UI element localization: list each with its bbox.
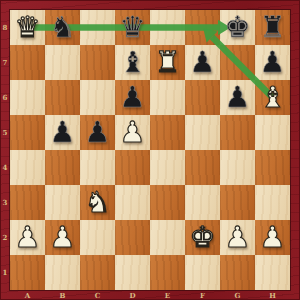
white-knight-c3[interactable]: ♞ (80, 185, 115, 220)
white-king-f2[interactable]: ♚ (185, 220, 220, 255)
square-b6[interactable] (45, 80, 80, 115)
square-a2[interactable]: ♟ (10, 220, 45, 255)
square-b1[interactable] (45, 255, 80, 290)
white-pawn-b2[interactable]: ♟ (45, 220, 80, 255)
square-b4[interactable] (45, 150, 80, 185)
square-c8[interactable] (80, 10, 115, 45)
square-g4[interactable] (220, 150, 255, 185)
square-a3[interactable] (10, 185, 45, 220)
rank-label-5: 5 (0, 115, 10, 150)
rank-label-1: 1 (0, 255, 10, 290)
rank-label-8: 8 (0, 10, 10, 45)
black-king-g8[interactable]: ♚ (220, 10, 255, 45)
square-d5[interactable]: ♟ (115, 115, 150, 150)
file-label-a: A (10, 290, 45, 300)
square-g7[interactable] (220, 45, 255, 80)
square-d3[interactable] (115, 185, 150, 220)
square-e5[interactable] (150, 115, 185, 150)
square-f7[interactable]: ♟ (185, 45, 220, 80)
white-bishop-h6[interactable]: ♝ (255, 80, 290, 115)
black-pawn-b5[interactable]: ♟ (45, 115, 80, 150)
square-g3[interactable] (220, 185, 255, 220)
square-b7[interactable] (45, 45, 80, 80)
square-g2[interactable]: ♟ (220, 220, 255, 255)
black-bishop-d7[interactable]: ♝ (115, 45, 150, 80)
square-f2[interactable]: ♚ (185, 220, 220, 255)
black-rook-h8[interactable]: ♜ (255, 10, 290, 45)
rank-label-3: 3 (0, 185, 10, 220)
square-h7[interactable]: ♟ (255, 45, 290, 80)
chess-board[interactable]: ♛♞♛♚♜♝♜♟♟♟♟♝♟♟♟♞♟♟♚♟♟ (10, 10, 290, 290)
square-b3[interactable] (45, 185, 80, 220)
square-b2[interactable]: ♟ (45, 220, 80, 255)
square-f3[interactable] (185, 185, 220, 220)
square-a4[interactable] (10, 150, 45, 185)
square-d1[interactable] (115, 255, 150, 290)
square-f4[interactable] (185, 150, 220, 185)
square-c4[interactable] (80, 150, 115, 185)
square-c1[interactable] (80, 255, 115, 290)
square-d8[interactable]: ♛ (115, 10, 150, 45)
square-e1[interactable] (150, 255, 185, 290)
black-pawn-f7[interactable]: ♟ (185, 45, 220, 80)
square-e7[interactable]: ♜ (150, 45, 185, 80)
white-rook-e7[interactable]: ♜ (150, 45, 185, 80)
square-h8[interactable]: ♜ (255, 10, 290, 45)
file-label-g: G (220, 290, 255, 300)
rank-label-2: 2 (0, 220, 10, 255)
square-g1[interactable] (220, 255, 255, 290)
square-d2[interactable] (115, 220, 150, 255)
square-h2[interactable]: ♟ (255, 220, 290, 255)
white-pawn-h2[interactable]: ♟ (255, 220, 290, 255)
black-knight-b8[interactable]: ♞ (45, 10, 80, 45)
square-d6[interactable]: ♟ (115, 80, 150, 115)
rank-label-7: 7 (0, 45, 10, 80)
square-e6[interactable] (150, 80, 185, 115)
square-e2[interactable] (150, 220, 185, 255)
square-h3[interactable] (255, 185, 290, 220)
black-pawn-d6[interactable]: ♟ (115, 80, 150, 115)
file-label-h: H (255, 290, 290, 300)
black-pawn-g6[interactable]: ♟ (220, 80, 255, 115)
square-a7[interactable] (10, 45, 45, 80)
square-e4[interactable] (150, 150, 185, 185)
square-a8[interactable]: ♛ (10, 10, 45, 45)
file-label-f: F (185, 290, 220, 300)
square-c2[interactable] (80, 220, 115, 255)
square-f5[interactable] (185, 115, 220, 150)
white-pawn-d5[interactable]: ♟ (115, 115, 150, 150)
square-c6[interactable] (80, 80, 115, 115)
rank-label-6: 6 (0, 80, 10, 115)
file-label-c: C (80, 290, 115, 300)
file-label-b: B (45, 290, 80, 300)
square-a5[interactable] (10, 115, 45, 150)
square-c3[interactable]: ♞ (80, 185, 115, 220)
chessboard-frame: ♛♞♛♚♜♝♜♟♟♟♟♝♟♟♟♞♟♟♚♟♟ 8A7B6C5D4E3F2G1H (0, 0, 300, 300)
square-b5[interactable]: ♟ (45, 115, 80, 150)
square-a1[interactable] (10, 255, 45, 290)
square-c7[interactable] (80, 45, 115, 80)
white-queen-a8[interactable]: ♛ (10, 10, 45, 45)
square-h6[interactable]: ♝ (255, 80, 290, 115)
square-a6[interactable] (10, 80, 45, 115)
file-label-d: D (115, 290, 150, 300)
square-d7[interactable]: ♝ (115, 45, 150, 80)
rank-label-4: 4 (0, 150, 10, 185)
square-f6[interactable] (185, 80, 220, 115)
square-f1[interactable] (185, 255, 220, 290)
square-g5[interactable] (220, 115, 255, 150)
square-b8[interactable]: ♞ (45, 10, 80, 45)
black-pawn-h7[interactable]: ♟ (255, 45, 290, 80)
square-c5[interactable]: ♟ (80, 115, 115, 150)
black-pawn-c5[interactable]: ♟ (80, 115, 115, 150)
white-pawn-g2[interactable]: ♟ (220, 220, 255, 255)
square-e3[interactable] (150, 185, 185, 220)
white-pawn-a2[interactable]: ♟ (10, 220, 45, 255)
square-g8[interactable]: ♚ (220, 10, 255, 45)
square-e8[interactable] (150, 10, 185, 45)
square-g6[interactable]: ♟ (220, 80, 255, 115)
square-f8[interactable] (185, 10, 220, 45)
square-d4[interactable] (115, 150, 150, 185)
black-queen-d8[interactable]: ♛ (115, 10, 150, 45)
square-h1[interactable] (255, 255, 290, 290)
square-h5[interactable] (255, 115, 290, 150)
square-h4[interactable] (255, 150, 290, 185)
file-label-e: E (150, 290, 185, 300)
